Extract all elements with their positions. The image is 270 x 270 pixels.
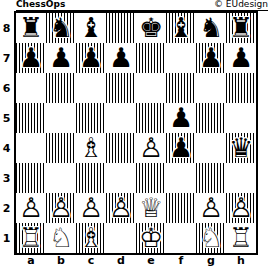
square-e7[interactable] — [136, 43, 166, 73]
square-g3[interactable] — [196, 163, 226, 193]
square-h7[interactable]: ♟♟ — [226, 43, 256, 73]
square-c5[interactable] — [76, 103, 106, 133]
square-b3[interactable] — [46, 163, 76, 193]
square-a6[interactable] — [16, 73, 46, 103]
square-f6[interactable] — [166, 73, 196, 103]
square-g6[interactable] — [196, 73, 226, 103]
piece-white-pawn[interactable]: ♙ — [76, 193, 106, 223]
file-label-f: f — [166, 254, 196, 268]
file-labels: abcdefgh — [16, 254, 256, 268]
piece-white-knight[interactable]: ♘ — [46, 223, 76, 253]
piece-black-rook[interactable]: ♜ — [226, 13, 256, 43]
piece-black-pawn[interactable]: ♟ — [76, 43, 106, 73]
file-label-c: c — [76, 254, 106, 268]
piece-white-bishop[interactable]: ♗ — [76, 223, 106, 253]
square-f1[interactable] — [166, 223, 196, 253]
square-a4[interactable] — [16, 133, 46, 163]
rank-label-2: 2 — [0, 193, 13, 223]
square-a7[interactable]: ♟♟ — [16, 43, 46, 73]
rank-label-6: 6 — [0, 73, 13, 103]
square-c8[interactable]: ♝♝ — [76, 13, 106, 43]
square-b8[interactable]: ♞♞ — [46, 13, 76, 43]
square-e3[interactable] — [136, 163, 166, 193]
square-e4[interactable]: ♟♙ — [136, 133, 166, 163]
square-a5[interactable] — [16, 103, 46, 133]
square-f4[interactable]: ♟♟ — [166, 133, 196, 163]
piece-black-pawn[interactable]: ♟ — [106, 43, 136, 73]
piece-white-queen[interactable]: ♕ — [136, 193, 166, 223]
square-h1[interactable]: ♜♖ — [226, 223, 256, 253]
square-a8[interactable]: ♜♜ — [16, 13, 46, 43]
page: ChessOps © EUdesign 87654321 ♜♜♞♞♝♝♚♚♝♝♞… — [0, 0, 270, 270]
square-d1[interactable] — [106, 223, 136, 253]
file-label-g: g — [196, 254, 226, 268]
square-f3[interactable] — [166, 163, 196, 193]
square-e2[interactable]: ♛♕ — [136, 193, 166, 223]
square-d8[interactable] — [106, 13, 136, 43]
square-d6[interactable] — [106, 73, 136, 103]
square-b1[interactable]: ♞♘ — [46, 223, 76, 253]
square-h2[interactable]: ♟♙ — [226, 193, 256, 223]
piece-black-pawn[interactable]: ♟ — [16, 43, 46, 73]
square-d4[interactable] — [106, 133, 136, 163]
square-e8[interactable]: ♚♚ — [136, 13, 166, 43]
piece-white-pawn[interactable]: ♙ — [106, 193, 136, 223]
square-b5[interactable] — [46, 103, 76, 133]
square-e1[interactable]: ♚♔ — [136, 223, 166, 253]
app-title: ChessOps — [16, 0, 65, 9]
rank-label-8: 8 — [0, 13, 13, 43]
square-f7[interactable] — [166, 43, 196, 73]
piece-black-pawn[interactable]: ♟ — [166, 133, 196, 163]
piece-white-pawn[interactable]: ♙ — [196, 193, 226, 223]
square-h4[interactable]: ♛♛ — [226, 133, 256, 163]
piece-black-pawn[interactable]: ♟ — [166, 103, 196, 133]
file-label-a: a — [16, 254, 46, 268]
piece-white-bishop[interactable]: ♗ — [76, 133, 106, 163]
file-label-h: h — [226, 254, 256, 268]
square-g4[interactable] — [196, 133, 226, 163]
square-a1[interactable]: ♜♖ — [16, 223, 46, 253]
square-c1[interactable]: ♝♗ — [76, 223, 106, 253]
piece-black-pawn[interactable]: ♟ — [196, 43, 226, 73]
square-c4[interactable]: ♝♗ — [76, 133, 106, 163]
square-c3[interactable] — [76, 163, 106, 193]
square-f2[interactable] — [166, 193, 196, 223]
square-f5[interactable]: ♟♟ — [166, 103, 196, 133]
square-c6[interactable] — [76, 73, 106, 103]
square-c2[interactable]: ♟♙ — [76, 193, 106, 223]
square-b4[interactable] — [46, 133, 76, 163]
rank-label-5: 5 — [0, 103, 13, 133]
square-h6[interactable] — [226, 73, 256, 103]
square-h5[interactable] — [226, 103, 256, 133]
piece-white-rook[interactable]: ♖ — [226, 223, 256, 253]
piece-black-rook[interactable]: ♜ — [16, 13, 46, 43]
piece-black-pawn[interactable]: ♟ — [46, 43, 76, 73]
square-g5[interactable] — [196, 103, 226, 133]
piece-black-bishop[interactable]: ♝ — [76, 13, 106, 43]
square-d5[interactable] — [106, 103, 136, 133]
square-g7[interactable]: ♟♟ — [196, 43, 226, 73]
rank-label-7: 7 — [0, 43, 13, 73]
piece-white-knight[interactable]: ♘ — [196, 223, 226, 253]
piece-white-pawn[interactable]: ♙ — [16, 193, 46, 223]
piece-black-king[interactable]: ♚ — [136, 13, 166, 43]
square-b2[interactable]: ♟♙ — [46, 193, 76, 223]
header: ChessOps © EUdesign — [16, 0, 268, 11]
file-label-e: e — [136, 254, 166, 268]
square-e5[interactable] — [136, 103, 166, 133]
square-b7[interactable]: ♟♟ — [46, 43, 76, 73]
square-b6[interactable] — [46, 73, 76, 103]
piece-black-bishop[interactable]: ♝ — [166, 13, 196, 43]
square-g2[interactable]: ♟♙ — [196, 193, 226, 223]
square-f8[interactable]: ♝♝ — [166, 13, 196, 43]
piece-white-rook[interactable]: ♖ — [16, 223, 46, 253]
square-e6[interactable] — [136, 73, 166, 103]
square-g1[interactable]: ♞♘ — [196, 223, 226, 253]
rank-label-1: 1 — [0, 223, 13, 253]
square-c7[interactable]: ♟♟ — [76, 43, 106, 73]
rank-label-3: 3 — [0, 163, 13, 193]
piece-black-knight[interactable]: ♞ — [196, 13, 226, 43]
piece-black-queen[interactable]: ♛ — [226, 133, 256, 163]
piece-black-pawn[interactable]: ♟ — [226, 43, 256, 73]
piece-white-pawn[interactable]: ♙ — [226, 193, 256, 223]
square-h3[interactable] — [226, 163, 256, 193]
chess-board: ♜♜♞♞♝♝♚♚♝♝♞♞♜♜♟♟♟♟♟♟♟♟♟♟♟♟♟♟♝♗♟♙♟♟♛♛♟♙♟♙… — [14, 11, 258, 255]
square-d2[interactable]: ♟♙ — [106, 193, 136, 223]
rank-label-4: 4 — [0, 133, 13, 163]
copyright-credit: © EUdesign — [214, 0, 268, 9]
square-a2[interactable]: ♟♙ — [16, 193, 46, 223]
square-d3[interactable] — [106, 163, 136, 193]
piece-black-knight[interactable]: ♞ — [46, 13, 76, 43]
square-a3[interactable] — [16, 163, 46, 193]
rank-labels: 87654321 — [0, 13, 13, 253]
file-label-d: d — [106, 254, 136, 268]
square-g8[interactable]: ♞♞ — [196, 13, 226, 43]
square-d7[interactable]: ♟♟ — [106, 43, 136, 73]
piece-white-king[interactable]: ♔ — [136, 223, 166, 253]
piece-white-pawn[interactable]: ♙ — [136, 133, 166, 163]
file-label-b: b — [46, 254, 76, 268]
square-h8[interactable]: ♜♜ — [226, 13, 256, 43]
piece-white-pawn[interactable]: ♙ — [46, 193, 76, 223]
